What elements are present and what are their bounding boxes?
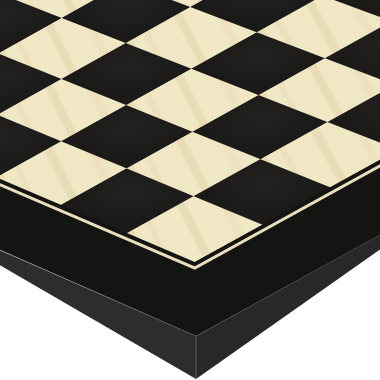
board-field [0,0,380,262]
chessboard-photo [0,0,380,380]
